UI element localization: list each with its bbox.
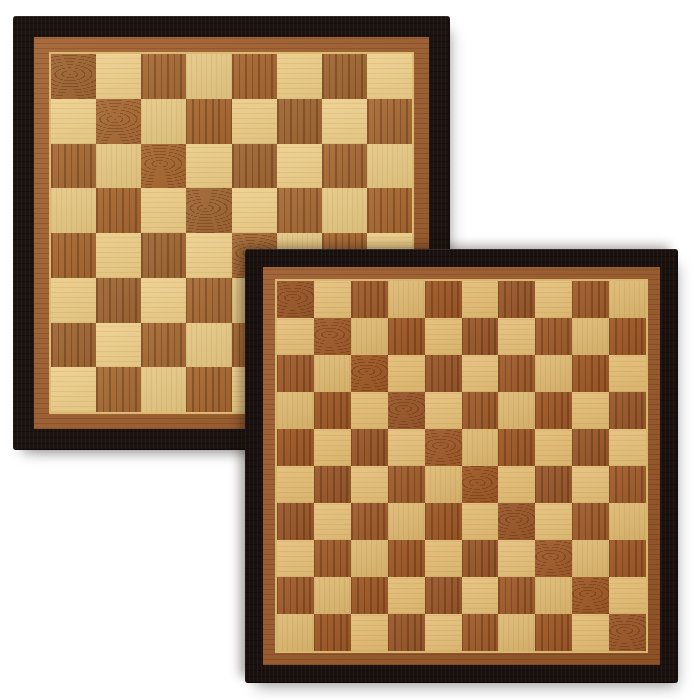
draughts-board-square	[277, 466, 314, 503]
draughts-board-square	[609, 577, 646, 614]
draughts-board-square	[535, 503, 572, 540]
draughts-board-square	[277, 429, 314, 466]
chess-board-square	[277, 188, 322, 233]
draughts-board-margin	[263, 267, 660, 665]
draughts-board-square	[498, 540, 535, 577]
chess-board-square	[277, 99, 322, 144]
chess-board-square	[232, 99, 277, 144]
draughts-board-square	[498, 503, 535, 540]
chess-board-square	[51, 144, 96, 189]
chess-board-square	[322, 188, 367, 233]
chess-board-square	[322, 99, 367, 144]
draughts-board-square	[609, 466, 646, 503]
draughts-board-square	[462, 540, 499, 577]
chess-board-square	[186, 323, 231, 368]
draughts-board-square	[462, 577, 499, 614]
draughts-board-square	[535, 577, 572, 614]
chess-board-square	[367, 188, 412, 233]
draughts-board-square	[609, 614, 646, 651]
draughts-board-square	[462, 503, 499, 540]
draughts-board-square	[277, 503, 314, 540]
draughts-board-square	[388, 318, 425, 355]
draughts-board-square	[388, 392, 425, 429]
draughts-board-square	[351, 355, 388, 392]
chess-board-square	[51, 188, 96, 233]
draughts-board-square	[314, 318, 351, 355]
draughts-board-square	[498, 577, 535, 614]
draughts-board-square	[535, 355, 572, 392]
draughts-board-square	[277, 281, 314, 318]
draughts-board-square	[314, 503, 351, 540]
draughts-board-square	[425, 318, 462, 355]
draughts-board-square	[388, 540, 425, 577]
draughts-board-square	[351, 281, 388, 318]
chess-board-square	[141, 188, 186, 233]
draughts-board-square	[535, 281, 572, 318]
draughts-board-square	[425, 355, 462, 392]
draughts-board-square	[462, 392, 499, 429]
chess-board-square	[96, 367, 141, 412]
chess-board-square	[277, 54, 322, 99]
chess-board-square	[96, 188, 141, 233]
chess-board-square	[141, 278, 186, 323]
draughts-board-square	[609, 392, 646, 429]
draughts-board-square	[572, 281, 609, 318]
draughts-board-square	[388, 466, 425, 503]
draughts-board-square	[314, 429, 351, 466]
chess-board-square	[96, 144, 141, 189]
draughts-board-square	[572, 503, 609, 540]
draughts-board-square	[277, 577, 314, 614]
chess-board-square	[232, 54, 277, 99]
chess-board-square	[96, 99, 141, 144]
chess-board-square	[96, 233, 141, 278]
draughts-board-square	[425, 503, 462, 540]
chess-board-square	[367, 144, 412, 189]
draughts-board-square	[351, 503, 388, 540]
draughts-board-square	[498, 429, 535, 466]
chess-board-square	[186, 367, 231, 412]
draughts-board-square	[609, 540, 646, 577]
draughts-board-square	[277, 614, 314, 651]
draughts-board-square	[498, 281, 535, 318]
draughts-board-square	[462, 466, 499, 503]
draughts-board-square	[314, 577, 351, 614]
draughts-board-square	[572, 355, 609, 392]
draughts-board-square	[498, 466, 535, 503]
draughts-board-square	[462, 318, 499, 355]
chess-board-square	[51, 233, 96, 278]
draughts-board-square	[535, 429, 572, 466]
draughts-board-square	[351, 614, 388, 651]
chess-board-square	[277, 144, 322, 189]
draughts-board-square	[498, 614, 535, 651]
draughts-board-square	[609, 429, 646, 466]
chess-board-square	[141, 144, 186, 189]
draughts-board-square	[277, 355, 314, 392]
draughts-board-square	[535, 614, 572, 651]
draughts-board-square	[572, 614, 609, 651]
draughts-board-square	[388, 429, 425, 466]
chess-board-square	[232, 144, 277, 189]
draughts-board-square	[388, 355, 425, 392]
chess-board-square	[322, 144, 367, 189]
chess-board-square	[232, 188, 277, 233]
draughts-board-square	[535, 318, 572, 355]
chess-board-square	[141, 323, 186, 368]
draughts-board-square	[462, 614, 499, 651]
draughts-board-square	[425, 614, 462, 651]
draughts-board-square	[351, 429, 388, 466]
draughts-board-square	[425, 466, 462, 503]
chess-board-square	[141, 99, 186, 144]
draughts-board-grid	[275, 279, 648, 653]
draughts-board-square	[572, 429, 609, 466]
chess-board-square	[186, 278, 231, 323]
draughts-board-square	[572, 318, 609, 355]
draughts-board-square	[535, 540, 572, 577]
draughts-board-square	[572, 392, 609, 429]
draughts-board-square	[351, 577, 388, 614]
draughts-board-square	[609, 503, 646, 540]
chess-board-square	[141, 367, 186, 412]
chess-board-square	[51, 323, 96, 368]
draughts-board-square	[388, 577, 425, 614]
draughts-board-square	[388, 281, 425, 318]
draughts-board-square	[351, 392, 388, 429]
draughts-board-square	[498, 318, 535, 355]
draughts-board-square	[462, 429, 499, 466]
draughts-board-square	[572, 577, 609, 614]
chess-board-square	[51, 54, 96, 99]
chess-board-square	[186, 188, 231, 233]
draughts-board-square	[425, 577, 462, 614]
chess-board-square	[96, 54, 141, 99]
draughts-board-square	[535, 466, 572, 503]
draughts-board-square	[314, 466, 351, 503]
chess-board-square	[51, 99, 96, 144]
draughts-board-square	[609, 281, 646, 318]
chess-board-square	[186, 144, 231, 189]
chess-board-square	[367, 54, 412, 99]
draughts-board-square	[388, 614, 425, 651]
draughts-board-square	[572, 466, 609, 503]
chess-board-square	[51, 278, 96, 323]
chess-board-square	[96, 278, 141, 323]
draughts-board-square	[351, 466, 388, 503]
draughts-board-square	[314, 355, 351, 392]
draughts-board-square	[609, 318, 646, 355]
chess-board-square	[141, 233, 186, 278]
chess-board-square	[96, 323, 141, 368]
chess-board-square	[186, 233, 231, 278]
draughts-board-square	[425, 281, 462, 318]
draughts-board-square	[425, 540, 462, 577]
draughts-board	[245, 249, 678, 683]
draughts-board-square	[277, 540, 314, 577]
draughts-board-square	[277, 392, 314, 429]
draughts-board-square	[462, 355, 499, 392]
draughts-board-square	[425, 429, 462, 466]
chess-board-square	[51, 367, 96, 412]
draughts-board-square	[425, 392, 462, 429]
chess-board-square	[322, 54, 367, 99]
draughts-board-square	[498, 355, 535, 392]
chess-board-square	[186, 54, 231, 99]
draughts-board-square	[535, 392, 572, 429]
draughts-board-square	[314, 392, 351, 429]
draughts-board-square	[462, 281, 499, 318]
chess-board-square	[141, 54, 186, 99]
draughts-board-square	[351, 318, 388, 355]
draughts-board-square	[314, 614, 351, 651]
draughts-board-square	[609, 355, 646, 392]
draughts-board-square	[314, 540, 351, 577]
draughts-board-square	[314, 281, 351, 318]
draughts-board-square	[572, 540, 609, 577]
draughts-board-square	[388, 503, 425, 540]
draughts-board-square	[277, 318, 314, 355]
draughts-board-square	[498, 392, 535, 429]
photo-canvas	[0, 0, 700, 700]
chess-board-square	[186, 99, 231, 144]
chess-board-square	[367, 99, 412, 144]
draughts-board-square	[351, 540, 388, 577]
